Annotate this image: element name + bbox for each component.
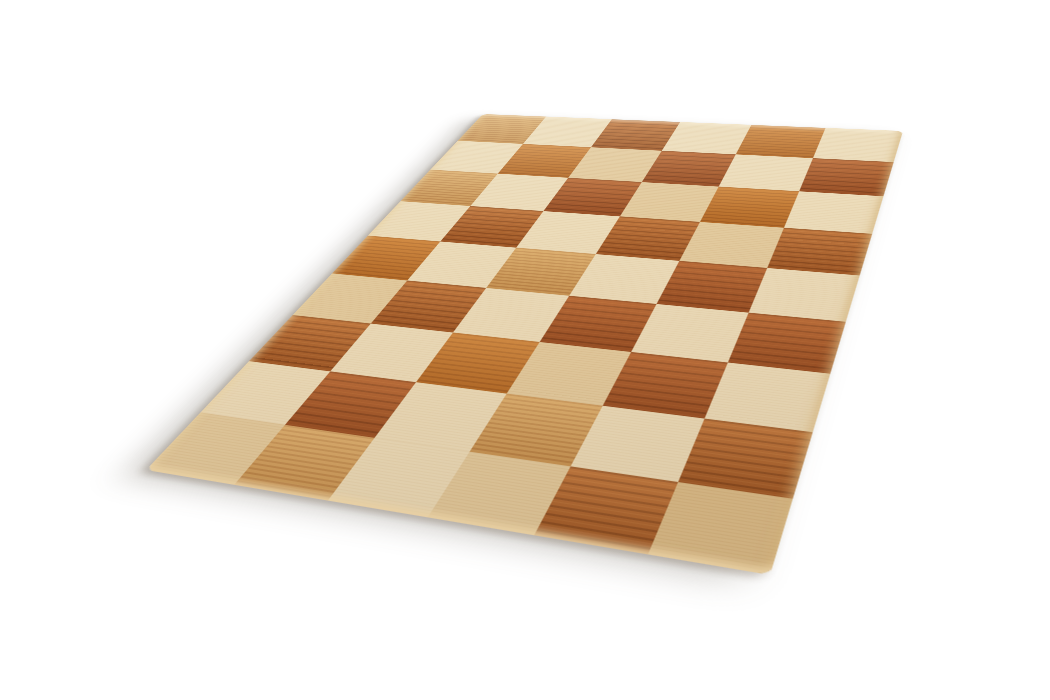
rug-square-r3c5 <box>700 187 799 228</box>
rug-square-r4c5 <box>679 222 784 268</box>
photo-background <box>0 0 1050 700</box>
rug-square-r1c5 <box>736 125 826 158</box>
rug-square-r2c6 <box>799 158 894 196</box>
rug-square-r2c5 <box>719 154 813 191</box>
checkerboard-rug <box>146 114 903 575</box>
rug-square-r1c6 <box>813 128 903 162</box>
rug-square-r3c6 <box>784 191 883 234</box>
